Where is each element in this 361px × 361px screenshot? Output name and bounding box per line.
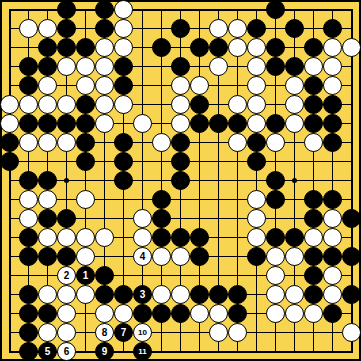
stone-white xyxy=(95,228,114,247)
stone-black xyxy=(152,38,171,57)
stone-white xyxy=(342,323,361,342)
stone-black xyxy=(38,57,57,76)
stone-white xyxy=(209,19,228,38)
grid-line xyxy=(9,199,353,200)
stone-white xyxy=(266,133,285,152)
stone-white xyxy=(247,114,266,133)
stone-black xyxy=(266,57,285,76)
stone-black xyxy=(171,19,190,38)
stone-black xyxy=(266,0,285,19)
stone-black xyxy=(19,76,38,95)
stone-white xyxy=(209,323,228,342)
stone-black xyxy=(247,152,266,171)
stone-black xyxy=(190,285,209,304)
move-number-label: 9 xyxy=(102,347,108,357)
stone-white xyxy=(38,190,57,209)
stone-white xyxy=(285,247,304,266)
stone-white xyxy=(209,304,228,323)
stone-white xyxy=(133,114,152,133)
move-number-stone: 2 xyxy=(57,266,76,285)
move-number-label: 1 xyxy=(83,271,89,281)
stone-black xyxy=(304,38,323,57)
stone-white xyxy=(95,57,114,76)
stone-white xyxy=(76,228,95,247)
stone-white xyxy=(38,323,57,342)
stone-black xyxy=(19,171,38,190)
stone-black xyxy=(19,57,38,76)
stone-white xyxy=(133,228,152,247)
stone-white xyxy=(304,133,323,152)
stone-white xyxy=(114,19,133,38)
stone-white xyxy=(19,19,38,38)
move-number-stone: 11 xyxy=(133,342,152,361)
stone-black xyxy=(114,171,133,190)
stone-white xyxy=(57,323,76,342)
stone-black xyxy=(266,38,285,57)
stone-white xyxy=(76,57,95,76)
stone-black xyxy=(76,95,95,114)
stone-black xyxy=(171,304,190,323)
stone-black xyxy=(152,190,171,209)
stone-black xyxy=(266,114,285,133)
move-number-label: 5 xyxy=(45,347,51,357)
stone-white xyxy=(228,133,247,152)
stone-white xyxy=(247,209,266,228)
stone-white xyxy=(76,285,95,304)
stone-black xyxy=(114,133,133,152)
stone-black xyxy=(19,228,38,247)
stone-black xyxy=(190,228,209,247)
stone-black xyxy=(304,95,323,114)
stone-black xyxy=(304,76,323,95)
stone-white xyxy=(323,228,342,247)
stone-black xyxy=(323,19,342,38)
stone-black xyxy=(38,304,57,323)
stone-white xyxy=(228,95,247,114)
stone-black xyxy=(285,57,304,76)
stone-black xyxy=(76,152,95,171)
move-number-stone: 1 xyxy=(76,266,95,285)
stone-black xyxy=(323,95,342,114)
stone-white xyxy=(190,304,209,323)
stone-white xyxy=(76,190,95,209)
stone-black xyxy=(152,304,171,323)
stone-white xyxy=(171,95,190,114)
stone-white xyxy=(247,190,266,209)
stone-white xyxy=(76,247,95,266)
stone-black xyxy=(190,114,209,133)
stone-black xyxy=(323,304,342,323)
stone-white xyxy=(247,76,266,95)
star-point xyxy=(64,178,69,183)
stone-black xyxy=(19,304,38,323)
stone-black xyxy=(38,209,57,228)
stone-white xyxy=(38,19,57,38)
stone-black xyxy=(38,171,57,190)
stone-white xyxy=(38,95,57,114)
stone-black xyxy=(323,190,342,209)
stone-white xyxy=(323,285,342,304)
stone-black xyxy=(114,76,133,95)
stone-white xyxy=(171,76,190,95)
stone-black xyxy=(209,114,228,133)
stone-white xyxy=(114,95,133,114)
stone-white xyxy=(19,133,38,152)
stone-black xyxy=(171,228,190,247)
stone-white xyxy=(323,76,342,95)
stone-white xyxy=(152,247,171,266)
stone-white xyxy=(247,228,266,247)
stone-white xyxy=(19,209,38,228)
stone-white xyxy=(19,190,38,209)
stone-black xyxy=(304,190,323,209)
stone-black xyxy=(304,266,323,285)
stone-white xyxy=(0,114,19,133)
stone-white xyxy=(323,209,342,228)
stone-black xyxy=(57,209,76,228)
stone-white xyxy=(247,57,266,76)
stone-black xyxy=(323,133,342,152)
stone-black xyxy=(323,114,342,133)
stone-white xyxy=(323,38,342,57)
stone-white xyxy=(152,285,171,304)
stone-black xyxy=(266,190,285,209)
stone-black xyxy=(95,19,114,38)
stone-white xyxy=(266,304,285,323)
stone-black xyxy=(57,0,76,19)
stone-black xyxy=(228,304,247,323)
stone-white xyxy=(114,0,133,19)
stone-black xyxy=(266,171,285,190)
stone-black xyxy=(171,57,190,76)
move-number-stone: 3 xyxy=(133,285,152,304)
stone-white xyxy=(323,266,342,285)
stone-black xyxy=(0,133,19,152)
stone-black xyxy=(247,19,266,38)
stone-black xyxy=(209,285,228,304)
stone-white xyxy=(171,114,190,133)
stone-black xyxy=(304,285,323,304)
stone-white xyxy=(266,266,285,285)
stone-white xyxy=(95,95,114,114)
stone-black xyxy=(76,133,95,152)
move-number-label: 8 xyxy=(102,328,108,338)
stone-black xyxy=(228,285,247,304)
stone-white xyxy=(0,95,19,114)
stone-white xyxy=(247,38,266,57)
stone-white xyxy=(323,57,342,76)
stone-black xyxy=(57,19,76,38)
stone-white xyxy=(95,38,114,57)
stone-black xyxy=(152,228,171,247)
stone-black xyxy=(304,247,323,266)
stone-white xyxy=(304,57,323,76)
stone-black xyxy=(57,114,76,133)
move-number-label: 11 xyxy=(138,348,146,356)
stone-white xyxy=(266,285,285,304)
stone-white xyxy=(285,76,304,95)
stone-black xyxy=(323,247,342,266)
stone-black xyxy=(114,57,133,76)
move-number-label: 10 xyxy=(138,329,147,337)
stone-white xyxy=(152,133,171,152)
stone-white xyxy=(76,76,95,95)
stone-black xyxy=(285,19,304,38)
stone-black xyxy=(171,171,190,190)
stone-black xyxy=(266,228,285,247)
stone-black xyxy=(133,304,152,323)
move-number-stone: 9 xyxy=(95,342,114,361)
move-number-label: 2 xyxy=(64,271,70,281)
move-number-stone: 5 xyxy=(38,342,57,361)
stone-black xyxy=(285,228,304,247)
stone-black xyxy=(19,114,38,133)
stone-white xyxy=(95,76,114,95)
stone-black xyxy=(76,38,95,57)
stone-white xyxy=(38,228,57,247)
move-number-stone: 10 xyxy=(133,323,152,342)
star-point xyxy=(292,178,297,183)
move-number-label: 4 xyxy=(140,252,146,262)
stone-black xyxy=(190,95,209,114)
stone-black xyxy=(152,209,171,228)
stone-black xyxy=(209,38,228,57)
stone-black xyxy=(95,285,114,304)
stone-white xyxy=(38,285,57,304)
stone-black xyxy=(114,285,133,304)
move-number-stone: 7 xyxy=(114,323,133,342)
stone-black xyxy=(76,114,95,133)
stone-black xyxy=(247,247,266,266)
stone-white xyxy=(38,76,57,95)
stone-white xyxy=(133,209,152,228)
move-number-label: 7 xyxy=(121,328,127,338)
move-number-stone: 8 xyxy=(95,323,114,342)
stone-white xyxy=(285,95,304,114)
stone-black xyxy=(95,266,114,285)
stone-black xyxy=(171,133,190,152)
stone-white xyxy=(342,38,361,57)
stone-white xyxy=(171,285,190,304)
stone-black xyxy=(342,285,361,304)
stone-black xyxy=(304,114,323,133)
stone-black xyxy=(95,0,114,19)
stone-white xyxy=(57,228,76,247)
move-number-stone: 4 xyxy=(133,247,152,266)
stone-white xyxy=(114,38,133,57)
stone-black xyxy=(114,152,133,171)
stone-white xyxy=(266,247,285,266)
stone-white xyxy=(190,76,209,95)
stone-black xyxy=(57,38,76,57)
stone-white xyxy=(95,114,114,133)
stone-white xyxy=(171,247,190,266)
stone-white xyxy=(57,304,76,323)
stone-white xyxy=(304,304,323,323)
stone-white xyxy=(57,95,76,114)
stone-black xyxy=(38,247,57,266)
stone-black xyxy=(38,38,57,57)
stone-black xyxy=(342,247,361,266)
stone-white xyxy=(247,95,266,114)
stone-white xyxy=(285,285,304,304)
stone-white xyxy=(95,304,114,323)
go-board[interactable]: 4213871056911 xyxy=(0,0,361,361)
stone-black xyxy=(19,323,38,342)
stone-white xyxy=(38,133,57,152)
stone-black xyxy=(190,247,209,266)
stone-black xyxy=(190,38,209,57)
stone-black xyxy=(171,152,190,171)
stone-black xyxy=(228,114,247,133)
stone-white xyxy=(228,323,247,342)
stone-white xyxy=(228,38,247,57)
stone-white xyxy=(19,95,38,114)
stone-black xyxy=(0,152,19,171)
move-number-label: 3 xyxy=(140,290,146,300)
stone-black xyxy=(19,285,38,304)
stone-white xyxy=(114,304,133,323)
stone-white xyxy=(285,304,304,323)
stone-black xyxy=(342,209,361,228)
move-number-label: 6 xyxy=(64,347,70,357)
stone-black xyxy=(57,247,76,266)
move-number-stone: 6 xyxy=(57,342,76,361)
stone-black xyxy=(247,133,266,152)
stone-white xyxy=(228,19,247,38)
stone-black xyxy=(38,114,57,133)
stone-white xyxy=(304,228,323,247)
stone-black xyxy=(19,247,38,266)
stone-white xyxy=(285,114,304,133)
stone-white xyxy=(209,57,228,76)
stone-white xyxy=(57,57,76,76)
stone-black xyxy=(304,209,323,228)
stone-white xyxy=(57,133,76,152)
stone-black xyxy=(19,342,38,361)
stone-white xyxy=(57,285,76,304)
